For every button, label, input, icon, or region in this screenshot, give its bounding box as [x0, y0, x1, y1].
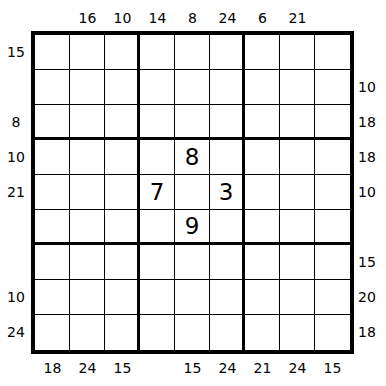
cell-r2c8[interactable]	[280, 70, 315, 105]
cell-r8c3[interactable]	[105, 280, 140, 315]
cell-r3c1[interactable]	[35, 105, 70, 140]
cell-r6c3[interactable]	[105, 210, 140, 245]
clue-right-row2: 10	[353, 70, 381, 105]
cell-r3c2[interactable]	[70, 105, 105, 140]
cell-r4c8[interactable]	[280, 140, 315, 175]
cell-r2c5[interactable]	[175, 70, 210, 105]
clue-left-row7	[2, 245, 30, 280]
cell-r5c1[interactable]	[35, 175, 70, 210]
cell-r2c9[interactable]	[315, 70, 350, 105]
clue-top-col6: 24	[210, 7, 245, 29]
cell-r4c2[interactable]	[70, 140, 105, 175]
sudoku-board: 8739	[31, 31, 354, 354]
cell-r2c7[interactable]	[245, 70, 280, 105]
cell-r6c1[interactable]	[35, 210, 70, 245]
clue-top-col3: 10	[105, 7, 140, 29]
cell-r5c3[interactable]	[105, 175, 140, 210]
clue-left-row1: 15	[2, 35, 30, 70]
cell-r9c5[interactable]	[175, 315, 210, 350]
cell-r1c2[interactable]	[70, 35, 105, 70]
cell-r1c9[interactable]	[315, 35, 350, 70]
cell-r7c9[interactable]	[315, 245, 350, 280]
cell-r7c7[interactable]	[245, 245, 280, 280]
clue-top-col7: 6	[245, 7, 280, 29]
cell-r6c4[interactable]	[140, 210, 175, 245]
cell-r4c6[interactable]	[210, 140, 245, 175]
cell-r5c8[interactable]	[280, 175, 315, 210]
cell-r3c3[interactable]	[105, 105, 140, 140]
cell-r4c4[interactable]	[140, 140, 175, 175]
cell-r6c8[interactable]	[280, 210, 315, 245]
clue-top-col2: 16	[70, 7, 105, 29]
cell-r1c6[interactable]	[210, 35, 245, 70]
cell-r3c9[interactable]	[315, 105, 350, 140]
clue-left-row8: 10	[2, 280, 30, 315]
cell-r9c3[interactable]	[105, 315, 140, 350]
cell-r7c4[interactable]	[140, 245, 175, 280]
cell-r5c6[interactable]: 3	[210, 175, 245, 210]
clue-bottom-col1: 18	[35, 357, 70, 379]
cell-r7c5[interactable]	[175, 245, 210, 280]
cell-r4c5[interactable]: 8	[175, 140, 210, 175]
cell-r3c6[interactable]	[210, 105, 245, 140]
cell-r9c8[interactable]	[280, 315, 315, 350]
cell-r5c5[interactable]	[175, 175, 210, 210]
cell-r6c2[interactable]	[70, 210, 105, 245]
cell-r9c6[interactable]	[210, 315, 245, 350]
clue-left-row4: 10	[2, 140, 30, 175]
clue-left-row2	[2, 70, 30, 105]
cell-r9c9[interactable]	[315, 315, 350, 350]
cell-r6c6[interactable]	[210, 210, 245, 245]
clue-top-col8: 21	[280, 7, 315, 29]
clue-right-row4: 18	[353, 140, 381, 175]
clue-bottom-col2: 24	[70, 357, 105, 379]
cell-r2c4[interactable]	[140, 70, 175, 105]
cell-r8c8[interactable]	[280, 280, 315, 315]
clue-right-row3: 18	[353, 105, 381, 140]
cell-r5c9[interactable]	[315, 175, 350, 210]
cell-r7c1[interactable]	[35, 245, 70, 280]
clue-right-row8: 20	[353, 280, 381, 315]
cell-r7c3[interactable]	[105, 245, 140, 280]
cell-r8c1[interactable]	[35, 280, 70, 315]
cell-r1c7[interactable]	[245, 35, 280, 70]
clue-top-col4: 14	[140, 7, 175, 29]
cell-r1c5[interactable]	[175, 35, 210, 70]
cell-r2c6[interactable]	[210, 70, 245, 105]
clue-bottom-col5: 15	[175, 357, 210, 379]
cell-r2c2[interactable]	[70, 70, 105, 105]
cell-r3c5[interactable]	[175, 105, 210, 140]
cell-r4c7[interactable]	[245, 140, 280, 175]
cell-r9c7[interactable]	[245, 315, 280, 350]
clue-bottom-col3: 15	[105, 357, 140, 379]
clue-right-row5: 10	[353, 175, 381, 210]
clue-right-row6	[353, 210, 381, 245]
cell-r5c2[interactable]	[70, 175, 105, 210]
puzzle-diagram: 8739 18151624101015818141018815211024246…	[0, 0, 386, 386]
clue-left-row6	[2, 210, 30, 245]
cell-r2c3[interactable]	[105, 70, 140, 105]
clue-right-row9: 18	[353, 315, 381, 350]
cell-r8c6[interactable]	[210, 280, 245, 315]
cell-r8c5[interactable]	[175, 280, 210, 315]
clue-bottom-col8: 24	[280, 357, 315, 379]
cell-r8c9[interactable]	[315, 280, 350, 315]
cell-r1c1[interactable]	[35, 35, 70, 70]
cell-r5c7[interactable]	[245, 175, 280, 210]
clue-left-row5: 21	[2, 175, 30, 210]
cell-r9c2[interactable]	[70, 315, 105, 350]
cell-r6c5[interactable]: 9	[175, 210, 210, 245]
clue-top-col1	[35, 7, 70, 29]
cell-r7c6[interactable]	[210, 245, 245, 280]
cell-r4c3[interactable]	[105, 140, 140, 175]
cell-r8c7[interactable]	[245, 280, 280, 315]
cell-r1c3[interactable]	[105, 35, 140, 70]
clue-bottom-col9: 15	[315, 357, 350, 379]
cell-r8c2[interactable]	[70, 280, 105, 315]
cell-r4c9[interactable]	[315, 140, 350, 175]
clue-top-col5: 8	[175, 7, 210, 29]
cell-r8c4[interactable]	[140, 280, 175, 315]
cell-r2c1[interactable]	[35, 70, 70, 105]
cell-r3c4[interactable]	[140, 105, 175, 140]
cell-r5c4[interactable]: 7	[140, 175, 175, 210]
cell-r9c4[interactable]	[140, 315, 175, 350]
clue-right-row7: 15	[353, 245, 381, 280]
cell-r6c7[interactable]	[245, 210, 280, 245]
cell-r4c1[interactable]	[35, 140, 70, 175]
cell-r7c2[interactable]	[70, 245, 105, 280]
cell-r3c7[interactable]	[245, 105, 280, 140]
clue-right-row1	[353, 35, 381, 70]
clue-left-row9: 24	[2, 315, 30, 350]
clue-left-row3: 8	[2, 105, 30, 140]
clue-bottom-col4	[140, 357, 175, 379]
clue-top-col9	[315, 7, 350, 29]
cell-r1c8[interactable]	[280, 35, 315, 70]
cell-r7c8[interactable]	[280, 245, 315, 280]
clue-bottom-col7: 21	[245, 357, 280, 379]
cell-r6c9[interactable]	[315, 210, 350, 245]
cell-r3c8[interactable]	[280, 105, 315, 140]
cell-r1c4[interactable]	[140, 35, 175, 70]
clue-bottom-col6: 24	[210, 357, 245, 379]
cell-r9c1[interactable]	[35, 315, 70, 350]
